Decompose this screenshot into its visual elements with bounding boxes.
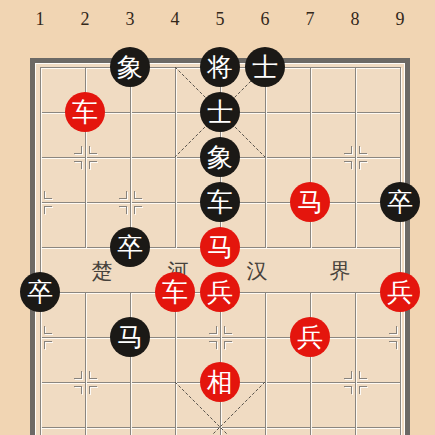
position-marker	[44, 206, 52, 214]
position-marker	[134, 206, 142, 214]
piece-red-horse[interactable]: 马	[200, 227, 240, 267]
river-character: 汉	[242, 257, 272, 285]
piece-red-horse[interactable]: 马	[290, 182, 330, 222]
piece-red-elephant[interactable]: 相	[200, 362, 240, 402]
position-marker	[359, 161, 367, 169]
position-marker	[359, 386, 367, 394]
column-label-2: 2	[70, 8, 100, 30]
piece-black-advisor[interactable]: 士	[245, 47, 285, 87]
position-marker	[344, 161, 352, 169]
piece-black-soldier[interactable]: 卒	[380, 182, 420, 222]
column-label-7: 7	[295, 8, 325, 30]
column-label-5: 5	[205, 8, 235, 30]
position-marker	[359, 371, 367, 379]
position-marker	[344, 371, 352, 379]
position-marker	[44, 326, 52, 334]
grid-line	[40, 67, 41, 435]
position-marker	[389, 326, 397, 334]
grid-line	[310, 292, 311, 435]
position-marker	[119, 191, 127, 199]
position-marker	[74, 146, 82, 154]
position-marker	[209, 326, 217, 334]
piece-red-chariot[interactable]: 车	[155, 272, 195, 312]
piece-red-soldier[interactable]: 兵	[380, 272, 420, 312]
position-marker	[389, 341, 397, 349]
grid-line	[265, 292, 266, 435]
position-marker	[134, 191, 142, 199]
position-marker	[44, 341, 52, 349]
piece-red-chariot[interactable]: 车	[65, 92, 105, 132]
piece-black-advisor[interactable]: 士	[200, 92, 240, 132]
grid-line	[85, 292, 86, 435]
position-marker	[74, 161, 82, 169]
column-label-3: 3	[115, 8, 145, 30]
position-marker	[224, 326, 232, 334]
piece-black-soldier[interactable]: 卒	[20, 272, 60, 312]
column-label-8: 8	[340, 8, 370, 30]
piece-black-horse[interactable]: 马	[110, 317, 150, 357]
piece-black-chariot[interactable]: 车	[200, 182, 240, 222]
grid-line	[130, 67, 131, 247]
position-marker	[44, 191, 52, 199]
xiangqi-board[interactable]: 123456789 楚河汉界 象将士车士象车马卒卒马卒车兵兵马兵相	[0, 0, 435, 435]
grid-line	[130, 292, 131, 435]
position-marker	[209, 341, 217, 349]
position-marker	[89, 146, 97, 154]
piece-black-soldier[interactable]: 卒	[110, 227, 150, 267]
grid-line	[175, 292, 176, 435]
piece-red-soldier[interactable]: 兵	[290, 317, 330, 357]
position-marker	[89, 161, 97, 169]
river-character: 楚	[87, 257, 117, 285]
grid-line	[355, 67, 356, 247]
position-marker	[359, 146, 367, 154]
column-label-1: 1	[25, 8, 55, 30]
grid-line	[175, 67, 176, 247]
position-marker	[74, 371, 82, 379]
grid-line	[400, 67, 401, 435]
position-marker	[119, 206, 127, 214]
position-marker	[224, 341, 232, 349]
river-character: 界	[325, 257, 355, 285]
position-marker	[89, 371, 97, 379]
position-marker	[89, 386, 97, 394]
column-label-9: 9	[385, 8, 415, 30]
piece-black-elephant[interactable]: 象	[110, 47, 150, 87]
grid-line	[265, 67, 266, 247]
column-label-4: 4	[160, 8, 190, 30]
position-marker	[344, 386, 352, 394]
piece-black-elephant[interactable]: 象	[200, 137, 240, 177]
grid-line	[355, 292, 356, 435]
piece-black-general[interactable]: 将	[200, 47, 240, 87]
position-marker	[74, 386, 82, 394]
piece-red-soldier[interactable]: 兵	[200, 272, 240, 312]
position-marker	[344, 146, 352, 154]
column-label-6: 6	[250, 8, 280, 30]
